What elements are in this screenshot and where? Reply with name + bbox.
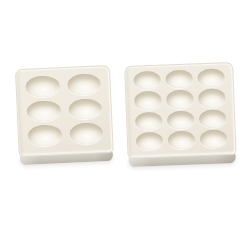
well	[165, 70, 193, 89]
well	[135, 111, 163, 130]
well	[198, 89, 226, 108]
well	[133, 71, 161, 90]
well	[167, 110, 195, 129]
well-grid-6	[16, 66, 113, 156]
well	[134, 91, 162, 110]
spot-plate-12-well-top-face	[124, 62, 236, 159]
well	[168, 130, 196, 149]
well	[67, 73, 101, 95]
well	[68, 98, 102, 120]
spot-plate-6-well-top-face	[15, 65, 114, 157]
well	[136, 131, 164, 150]
well	[69, 123, 103, 145]
well	[197, 68, 225, 87]
well	[200, 129, 228, 148]
well	[26, 100, 60, 122]
well	[25, 75, 59, 97]
spot-plate-6-well	[15, 65, 114, 165]
well	[199, 109, 227, 128]
well	[166, 90, 194, 109]
spot-plate-12-well	[124, 62, 237, 167]
well-grid-12	[125, 63, 235, 158]
product-photo-scene	[0, 0, 250, 250]
well	[27, 124, 61, 146]
